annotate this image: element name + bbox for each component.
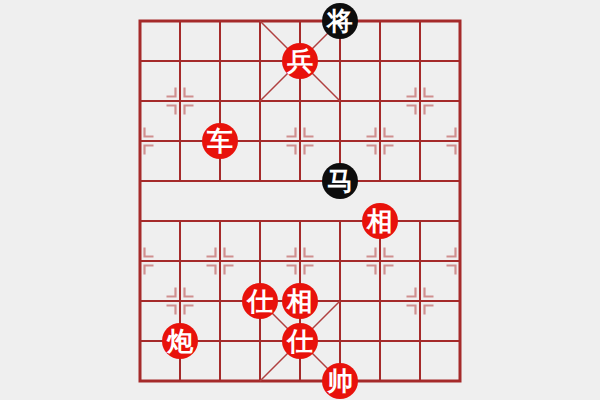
piece-red-advisor[interactable]: 仕 <box>242 283 278 319</box>
piece-red-chariot[interactable]: 车 <box>202 123 238 159</box>
piece-red-soldier[interactable]: 兵 <box>282 43 318 79</box>
piece-red-elephant[interactable]: 相 <box>282 283 318 319</box>
piece-black-general[interactable]: 将 <box>322 3 358 39</box>
piece-red-general[interactable]: 帅 <box>322 363 358 399</box>
piece-red-cannon[interactable]: 炮 <box>162 323 198 359</box>
piece-black-horse[interactable]: 马 <box>322 163 358 199</box>
piece-red-elephant[interactable]: 相 <box>362 203 398 239</box>
xiangqi-board[interactable]: 将兵车马相仕相炮仕帅 <box>0 0 600 400</box>
piece-red-advisor[interactable]: 仕 <box>282 323 318 359</box>
